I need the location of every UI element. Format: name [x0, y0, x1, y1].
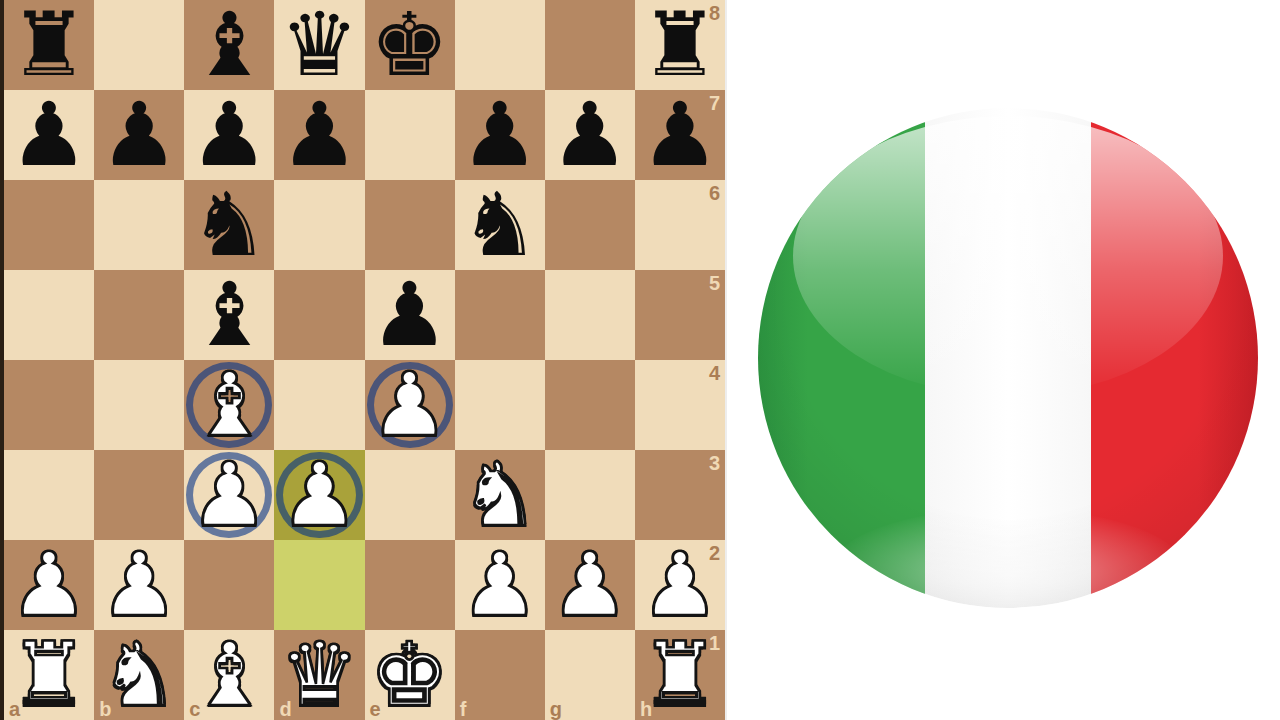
- piece-black-knight-f6[interactable]: ♞: [455, 180, 545, 270]
- piece-white-king-e1[interactable]: ♚: [365, 630, 455, 720]
- square-c7[interactable]: ♟: [184, 90, 274, 180]
- rank-label-3: 3: [709, 452, 720, 475]
- piece-black-bishop-c5[interactable]: ♝: [184, 270, 274, 360]
- square-h6[interactable]: 6: [635, 180, 725, 270]
- piece-white-pawn-b2[interactable]: ♟: [94, 540, 184, 630]
- piece-black-knight-c6[interactable]: ♞: [184, 180, 274, 270]
- piece-black-pawn-g7[interactable]: ♟: [545, 90, 635, 180]
- piece-white-pawn-d3[interactable]: ♟: [274, 450, 364, 540]
- square-a5[interactable]: [4, 270, 94, 360]
- square-g5[interactable]: [545, 270, 635, 360]
- square-b2[interactable]: ♟: [94, 540, 184, 630]
- square-c6[interactable]: ♞: [184, 180, 274, 270]
- square-f1[interactable]: f: [455, 630, 545, 720]
- square-b4[interactable]: [94, 360, 184, 450]
- piece-black-pawn-c7[interactable]: ♟: [184, 90, 274, 180]
- square-f8[interactable]: [455, 0, 545, 90]
- piece-black-rook-h8[interactable]: ♜: [635, 0, 725, 90]
- square-d8[interactable]: ♛: [274, 0, 364, 90]
- square-c1[interactable]: ♝c: [184, 630, 274, 720]
- square-g1[interactable]: g: [545, 630, 635, 720]
- piece-black-bishop-c8[interactable]: ♝: [184, 0, 274, 90]
- piece-white-pawn-c3[interactable]: ♟: [184, 450, 274, 540]
- piece-black-rook-a8[interactable]: ♜: [4, 0, 94, 90]
- square-f6[interactable]: ♞: [455, 180, 545, 270]
- piece-black-pawn-d7[interactable]: ♟: [274, 90, 364, 180]
- square-g8[interactable]: [545, 0, 635, 90]
- piece-white-knight-b1[interactable]: ♞: [94, 630, 184, 720]
- square-e2[interactable]: [365, 540, 455, 630]
- piece-black-pawn-a7[interactable]: ♟: [4, 90, 94, 180]
- square-e4[interactable]: ♟: [365, 360, 455, 450]
- rank-label-5: 5: [709, 272, 720, 295]
- square-f7[interactable]: ♟: [455, 90, 545, 180]
- square-a8[interactable]: ♜: [4, 0, 94, 90]
- square-c5[interactable]: ♝: [184, 270, 274, 360]
- square-g4[interactable]: [545, 360, 635, 450]
- piece-black-pawn-e5[interactable]: ♟: [365, 270, 455, 360]
- piece-black-pawn-h7[interactable]: ♟: [635, 90, 725, 180]
- square-e6[interactable]: [365, 180, 455, 270]
- square-b5[interactable]: [94, 270, 184, 360]
- square-b1[interactable]: ♞b: [94, 630, 184, 720]
- square-b3[interactable]: [94, 450, 184, 540]
- square-h5[interactable]: 5: [635, 270, 725, 360]
- square-g2[interactable]: ♟: [545, 540, 635, 630]
- piece-black-queen-d8[interactable]: ♛: [274, 0, 364, 90]
- square-f2[interactable]: ♟: [455, 540, 545, 630]
- italy-flag-icon: [758, 108, 1258, 608]
- piece-white-knight-f3[interactable]: ♞: [455, 450, 545, 540]
- square-d2[interactable]: [274, 540, 364, 630]
- file-label-f: f: [460, 698, 467, 720]
- chess-board[interactable]: ♜♝♛♚♜8♟♟♟♟♟♟♟7♞♞6♝♟5♝♟4♟♟♞3♟♟♟♟♟2♜a♞b♝c♛…: [0, 0, 725, 720]
- square-b7[interactable]: ♟: [94, 90, 184, 180]
- square-h8[interactable]: ♜8: [635, 0, 725, 90]
- square-c3[interactable]: ♟: [184, 450, 274, 540]
- square-f4[interactable]: [455, 360, 545, 450]
- rank-label-4: 4: [709, 362, 720, 385]
- square-d4[interactable]: [274, 360, 364, 450]
- square-e5[interactable]: ♟: [365, 270, 455, 360]
- square-g7[interactable]: ♟: [545, 90, 635, 180]
- piece-black-pawn-f7[interactable]: ♟: [455, 90, 545, 180]
- piece-black-king-e8[interactable]: ♚: [365, 0, 455, 90]
- square-a1[interactable]: ♜a: [4, 630, 94, 720]
- piece-white-pawn-g2[interactable]: ♟: [545, 540, 635, 630]
- square-e1[interactable]: ♚e: [365, 630, 455, 720]
- square-d3[interactable]: ♟: [274, 450, 364, 540]
- square-h2[interactable]: ♟2: [635, 540, 725, 630]
- piece-white-bishop-c4[interactable]: ♝: [184, 360, 274, 450]
- square-h3[interactable]: 3: [635, 450, 725, 540]
- piece-white-pawn-h2[interactable]: ♟: [635, 540, 725, 630]
- square-c4[interactable]: ♝: [184, 360, 274, 450]
- piece-white-pawn-e4[interactable]: ♟: [365, 360, 455, 450]
- square-a4[interactable]: [4, 360, 94, 450]
- piece-white-queen-d1[interactable]: ♛: [274, 630, 364, 720]
- square-e3[interactable]: [365, 450, 455, 540]
- square-g6[interactable]: [545, 180, 635, 270]
- square-h1[interactable]: ♜1h: [635, 630, 725, 720]
- piece-white-rook-h1[interactable]: ♜: [635, 630, 725, 720]
- rank-label-6: 6: [709, 182, 720, 205]
- square-c8[interactable]: ♝: [184, 0, 274, 90]
- file-label-g: g: [550, 698, 562, 720]
- square-d7[interactable]: ♟: [274, 90, 364, 180]
- square-b6[interactable]: [94, 180, 184, 270]
- square-d6[interactable]: [274, 180, 364, 270]
- square-h4[interactable]: 4: [635, 360, 725, 450]
- square-h7[interactable]: ♟7: [635, 90, 725, 180]
- piece-white-pawn-a2[interactable]: ♟: [4, 540, 94, 630]
- square-e7[interactable]: [365, 90, 455, 180]
- square-a3[interactable]: [4, 450, 94, 540]
- square-b8[interactable]: [94, 0, 184, 90]
- square-c2[interactable]: [184, 540, 274, 630]
- square-g3[interactable]: [545, 450, 635, 540]
- square-f5[interactable]: [455, 270, 545, 360]
- piece-black-pawn-b7[interactable]: ♟: [94, 90, 184, 180]
- square-a6[interactable]: [4, 180, 94, 270]
- square-d1[interactable]: ♛d: [274, 630, 364, 720]
- thumbnail-canvas: ♜♝♛♚♜8♟♟♟♟♟♟♟7♞♞6♝♟5♝♟4♟♟♞3♟♟♟♟♟2♜a♞b♝c♛…: [0, 0, 1280, 720]
- square-a2[interactable]: ♟: [4, 540, 94, 630]
- square-a7[interactable]: ♟: [4, 90, 94, 180]
- square-f3[interactable]: ♞: [455, 450, 545, 540]
- square-e8[interactable]: ♚: [365, 0, 455, 90]
- piece-white-bishop-c1[interactable]: ♝: [184, 630, 274, 720]
- square-d5[interactable]: [274, 270, 364, 360]
- piece-white-rook-a1[interactable]: ♜: [4, 630, 94, 720]
- piece-white-pawn-f2[interactable]: ♟: [455, 540, 545, 630]
